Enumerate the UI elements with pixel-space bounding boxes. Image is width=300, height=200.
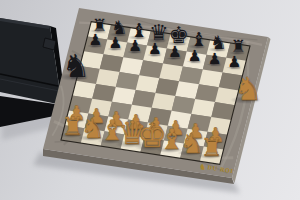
chess-set-photo: ♜♞♝♛♚♝♞♜♟♟♟♟♟♟♟♟♟♟♟♟♟♟♟♟♜♞♝♛♚♝♞♜♞♞ ♞ DU …	[0, 0, 300, 200]
square-c5	[116, 72, 140, 90]
square-e6	[159, 63, 183, 81]
square-g5	[195, 84, 219, 102]
square-e4	[152, 93, 176, 111]
piece-black-n-left-frame-border: ♞	[54, 50, 98, 82]
square-b6	[100, 54, 124, 72]
square-e5	[156, 78, 180, 96]
square-c6	[120, 57, 144, 75]
square-c4	[112, 87, 136, 105]
square-b5	[96, 69, 120, 87]
square-d5	[136, 75, 160, 93]
piece-white-r-h1: ♜	[190, 135, 234, 160]
piece-white-n-right-frame-border: ♞	[226, 73, 270, 105]
square-f5	[175, 81, 199, 99]
logo-knight-emblem-icon: ♞	[198, 163, 206, 172]
square-g4	[191, 99, 215, 117]
square-f6	[179, 66, 203, 84]
square-b4	[92, 84, 116, 102]
square-d4	[132, 90, 156, 108]
square-g6	[199, 70, 223, 88]
square-f4	[172, 96, 196, 114]
square-d6	[139, 60, 163, 78]
piece-black-p-h7: ♟	[212, 55, 256, 70]
